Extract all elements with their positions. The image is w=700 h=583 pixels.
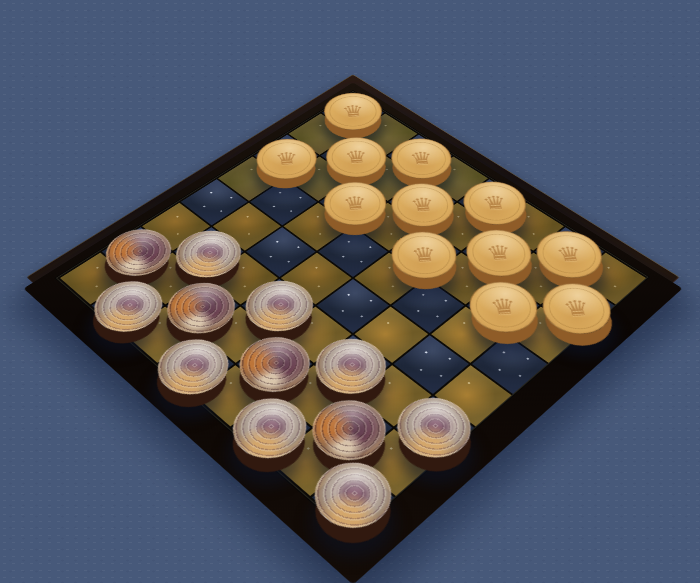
board-grid: ♛♛♛♛♛♛♛♛♛♛♛♛	[56, 91, 649, 536]
crown-icon: ♛	[325, 137, 388, 177]
square-r0c4[interactable]: ♛	[458, 179, 525, 225]
crown-icon: ♛	[538, 283, 616, 334]
square-r1c3[interactable]: ♛	[389, 179, 456, 225]
square-r0c2[interactable]: ♛	[388, 135, 452, 178]
square-r2c4[interactable]: ♛	[390, 227, 459, 277]
photo-background: ♛♛♛♛♛♛♛♛♛♛♛♛	[0, 0, 700, 583]
crown-icon: ♛	[466, 282, 541, 333]
square-r0c0[interactable]: ♛	[322, 93, 384, 133]
crown-icon: ♛	[389, 183, 456, 226]
square-r0c6[interactable]: ♛	[535, 227, 604, 277]
crown-icon: ♛	[323, 93, 384, 130]
square-r2c2[interactable]: ♛	[320, 179, 387, 225]
checkers-board[interactable]: ♛♛♛♛♛♛♛♛♛♛♛♛	[26, 74, 679, 568]
crown-icon: ♛	[533, 231, 607, 278]
square-r2c6[interactable]: ♛	[467, 279, 539, 333]
square-r1c1[interactable]: ♛	[321, 135, 385, 178]
crown-icon: ♛	[460, 182, 529, 225]
crown-icon: ♛	[389, 138, 454, 178]
crown-icon: ♛	[323, 182, 388, 225]
crown-icon: ♛	[256, 139, 317, 179]
square-r1c5[interactable]: ♛	[463, 227, 532, 277]
crown-icon: ♛	[389, 232, 459, 279]
crown-icon: ♛	[463, 230, 535, 277]
square-r7c7[interactable]	[312, 463, 394, 533]
square-r2c0[interactable]: ♛	[254, 135, 318, 178]
